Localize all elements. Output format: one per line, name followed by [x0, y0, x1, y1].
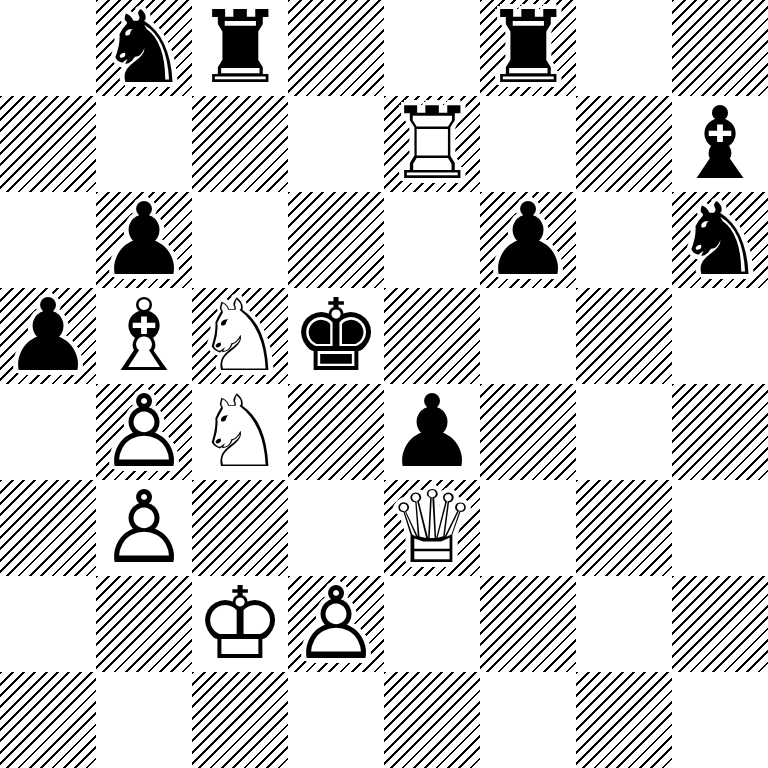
black-pawn-glyph: ♟	[96, 192, 192, 288]
square-h8[interactable]	[672, 0, 768, 96]
square-e2[interactable]	[384, 576, 480, 672]
square-e5[interactable]	[384, 288, 480, 384]
square-b7[interactable]	[96, 96, 192, 192]
square-b5[interactable]: ♝♗	[96, 288, 192, 384]
piece-white-knight[interactable]: ♞♘	[192, 288, 288, 384]
piece-black-rook[interactable]: ♜♜	[480, 0, 576, 96]
square-c3[interactable]	[192, 480, 288, 576]
square-b4[interactable]: ♟♙	[96, 384, 192, 480]
piece-white-pawn[interactable]: ♟♙	[288, 576, 384, 672]
square-e8[interactable]	[384, 0, 480, 96]
piece-white-pawn[interactable]: ♟♙	[96, 384, 192, 480]
square-f5[interactable]	[480, 288, 576, 384]
square-g8[interactable]	[576, 0, 672, 96]
piece-black-king[interactable]: ♚♚	[288, 288, 384, 384]
white-queen-glyph: ♕	[384, 480, 480, 576]
square-h5[interactable]	[672, 288, 768, 384]
square-g5[interactable]	[576, 288, 672, 384]
black-pawn-glyph: ♟	[384, 384, 480, 480]
square-d5[interactable]: ♚♚	[288, 288, 384, 384]
square-f8[interactable]: ♜♜	[480, 0, 576, 96]
piece-black-pawn[interactable]: ♟♟	[384, 384, 480, 480]
black-rook-glyph: ♜	[192, 0, 288, 96]
white-pawn-glyph: ♙	[96, 480, 192, 576]
square-c5[interactable]: ♞♘	[192, 288, 288, 384]
square-g1[interactable]	[576, 672, 672, 768]
square-f1[interactable]	[480, 672, 576, 768]
square-c2[interactable]: ♚♔	[192, 576, 288, 672]
black-king-glyph: ♚	[288, 288, 384, 384]
square-c1[interactable]	[192, 672, 288, 768]
piece-white-bishop[interactable]: ♝♗	[96, 288, 192, 384]
square-g4[interactable]	[576, 384, 672, 480]
square-c7[interactable]	[192, 96, 288, 192]
piece-white-pawn[interactable]: ♟♙	[96, 480, 192, 576]
square-g3[interactable]	[576, 480, 672, 576]
black-knight-glyph: ♞	[96, 0, 192, 96]
square-c8[interactable]: ♜♜	[192, 0, 288, 96]
black-bishop-glyph: ♝	[672, 96, 768, 192]
square-h2[interactable]	[672, 576, 768, 672]
black-rook-glyph: ♜	[480, 0, 576, 96]
piece-black-bishop[interactable]: ♝♝	[672, 96, 768, 192]
square-c6[interactable]	[192, 192, 288, 288]
piece-black-pawn[interactable]: ♟♟	[96, 192, 192, 288]
piece-black-knight[interactable]: ♞♞	[672, 192, 768, 288]
square-e7[interactable]: ♜♖	[384, 96, 480, 192]
square-d1[interactable]	[288, 672, 384, 768]
square-a8[interactable]	[0, 0, 96, 96]
piece-white-knight[interactable]: ♞♘	[192, 384, 288, 480]
square-b1[interactable]	[96, 672, 192, 768]
square-f7[interactable]	[480, 96, 576, 192]
white-knight-glyph: ♘	[192, 288, 288, 384]
square-h4[interactable]	[672, 384, 768, 480]
square-e3[interactable]: ♛♕	[384, 480, 480, 576]
piece-black-rook[interactable]: ♜♜	[192, 0, 288, 96]
square-d8[interactable]	[288, 0, 384, 96]
square-h6[interactable]: ♞♞	[672, 192, 768, 288]
square-f6[interactable]: ♟♟	[480, 192, 576, 288]
square-h7[interactable]: ♝♝	[672, 96, 768, 192]
white-pawn-glyph: ♙	[96, 384, 192, 480]
white-pawn-glyph: ♙	[288, 576, 384, 672]
square-a5[interactable]: ♟♟	[0, 288, 96, 384]
square-e6[interactable]	[384, 192, 480, 288]
piece-white-queen[interactable]: ♛♕	[384, 480, 480, 576]
square-d4[interactable]	[288, 384, 384, 480]
white-king-glyph: ♔	[192, 576, 288, 672]
piece-black-pawn[interactable]: ♟♟	[0, 288, 96, 384]
chess-board: ♞♞♜♜♜♜♜♖♝♝♟♟♟♟♞♞♟♟♝♗♞♘♚♚♟♙♞♘♟♟♟♙♛♕♚♔♟♙	[0, 0, 768, 768]
piece-black-pawn[interactable]: ♟♟	[480, 192, 576, 288]
square-c4[interactable]: ♞♘	[192, 384, 288, 480]
square-a4[interactable]	[0, 384, 96, 480]
white-bishop-glyph: ♗	[96, 288, 192, 384]
square-a1[interactable]	[0, 672, 96, 768]
square-f2[interactable]	[480, 576, 576, 672]
square-a3[interactable]	[0, 480, 96, 576]
square-e4[interactable]: ♟♟	[384, 384, 480, 480]
piece-white-king[interactable]: ♚♔	[192, 576, 288, 672]
square-b8[interactable]: ♞♞	[96, 0, 192, 96]
square-a7[interactable]	[0, 96, 96, 192]
piece-black-knight[interactable]: ♞♞	[96, 0, 192, 96]
square-a2[interactable]	[0, 576, 96, 672]
square-d3[interactable]	[288, 480, 384, 576]
square-d7[interactable]	[288, 96, 384, 192]
square-f3[interactable]	[480, 480, 576, 576]
white-rook-glyph: ♖	[384, 96, 480, 192]
square-a6[interactable]	[0, 192, 96, 288]
square-f4[interactable]	[480, 384, 576, 480]
square-b3[interactable]: ♟♙	[96, 480, 192, 576]
square-d6[interactable]	[288, 192, 384, 288]
square-b2[interactable]	[96, 576, 192, 672]
square-g6[interactable]	[576, 192, 672, 288]
square-g2[interactable]	[576, 576, 672, 672]
square-e1[interactable]	[384, 672, 480, 768]
square-b6[interactable]: ♟♟	[96, 192, 192, 288]
piece-white-rook[interactable]: ♜♖	[384, 96, 480, 192]
black-pawn-glyph: ♟	[0, 288, 96, 384]
square-h3[interactable]	[672, 480, 768, 576]
white-knight-glyph: ♘	[192, 384, 288, 480]
square-h1[interactable]	[672, 672, 768, 768]
square-d2[interactable]: ♟♙	[288, 576, 384, 672]
black-pawn-glyph: ♟	[480, 192, 576, 288]
black-knight-glyph: ♞	[672, 192, 768, 288]
square-g7[interactable]	[576, 96, 672, 192]
